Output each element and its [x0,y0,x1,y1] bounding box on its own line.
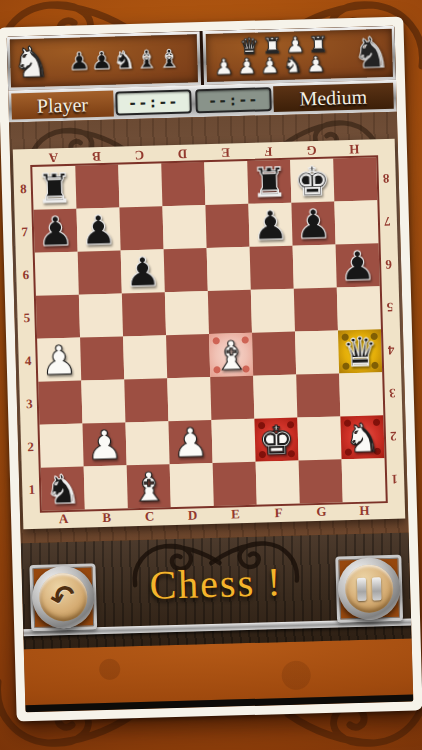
captured-white-stack: ♟ [214,57,235,58]
square-h2[interactable]: ♞ [340,415,384,459]
coordinate-label: G [300,502,343,521]
captured-white-stack: ♟♜ [306,55,327,56]
captured-black-pawn: ♟ [68,49,90,74]
square-h8[interactable] [333,157,377,201]
coordinate-label: 2 [20,425,40,469]
square-g8[interactable]: ♚ [290,158,334,202]
coordinate-label: 7 [14,210,34,254]
coordinate-label: 8 [376,157,396,201]
captured-black-bishop: ♝ [136,47,158,72]
captured-white-stack: ♟♜ [260,56,281,57]
undo-arrow-icon: ↶ [47,579,79,615]
white-king: ♚ [258,419,295,460]
captured-black-knight: ♞ [113,48,135,73]
square-a3[interactable] [38,381,82,425]
square-h1[interactable] [342,458,386,502]
square-g5[interactable] [294,287,338,331]
white-player-tray: ♞ ♟♟♞♝♝ [7,31,201,90]
square-c3[interactable] [124,378,168,422]
square-d2[interactable]: ♟ [168,420,212,464]
coordinate-label: E [214,505,257,524]
square-h4[interactable]: ♛ [338,329,382,373]
black-pawn: ♟ [295,203,332,244]
black-pawn: ♟ [124,251,161,292]
square-e4[interactable]: ♝ [209,333,253,377]
coordinate-label: B [85,508,128,527]
black-player-tray: ♟♟♛♟♜♞♟♟♜ ♞ [202,26,396,85]
square-e8[interactable] [204,161,248,205]
square-f7[interactable]: ♟ [248,203,292,247]
coordinate-label: 3 [19,382,39,426]
square-b6[interactable] [78,250,122,294]
coordinate-label: 5 [17,296,37,340]
square-e2[interactable] [211,419,255,463]
coordinate-label: E [204,143,247,162]
coordinate-label: A [42,510,85,529]
chess-board: ABCDEFGH 87654321 ♜♜♚♟♟♟♟♟♟♟♝♛♟♟♚♞♞♝ 876… [13,139,405,530]
coordinate-label: 2 [383,415,403,459]
coordinate-label: H [343,501,386,520]
black-pawn: ♟ [252,204,289,245]
square-c6[interactable]: ♟ [121,249,165,293]
coordinate-label: F [257,504,300,523]
square-f2[interactable]: ♚ [254,418,298,462]
pause-icon [357,577,382,601]
square-f3[interactable] [253,375,297,419]
white-knight-icon: ♞ [10,41,53,84]
square-a7[interactable]: ♟ [33,209,77,253]
square-b7[interactable]: ♟ [76,207,120,251]
square-b2[interactable]: ♟ [82,422,126,466]
coordinate-label: D [161,144,204,163]
coordinate-label: 4 [18,339,38,383]
captured-white-queen: ♛ [239,36,259,59]
coordinate-label: 6 [379,243,399,287]
coordinate-label: C [128,507,171,526]
square-c1[interactable]: ♝ [127,464,171,508]
square-d5[interactable] [165,291,209,335]
coordinate-label: 4 [381,329,401,373]
coordinate-label: 8 [13,167,33,211]
black-pawn: ♟ [80,209,117,250]
opponent-name-label: Medium [273,83,394,112]
captured-white-stack: ♞♟ [283,55,304,56]
square-c5[interactable] [122,292,166,336]
square-e3[interactable] [210,376,254,420]
square-d8[interactable] [161,162,205,206]
captured-white-rook: ♜ [308,34,328,57]
coordinate-label: D [171,506,214,525]
square-f4[interactable] [252,332,296,376]
captured-white-stack: ♟♛ [237,57,258,58]
coordinate-label: 3 [382,372,402,416]
white-pawn: ♟ [172,422,209,463]
square-c2[interactable] [125,421,169,465]
coordinate-label: 1 [22,468,42,512]
square-a2[interactable] [39,424,83,468]
square-b4[interactable] [80,336,124,380]
square-d3[interactable] [167,377,211,421]
black-rook: ♜ [251,161,288,202]
square-b3[interactable] [81,379,125,423]
captured-black-pawn: ♟ [91,49,113,74]
square-a6[interactable] [35,252,79,296]
white-knight: ♞ [344,417,381,458]
square-a5[interactable] [36,295,80,339]
black-king: ♚ [294,160,331,201]
captured-white-rook: ♜ [262,35,282,58]
square-h3[interactable] [339,372,383,416]
captured-white-pawn: ♟ [214,56,234,79]
black-pawn: ♟ [37,210,74,251]
square-h7[interactable] [334,200,378,244]
coordinate-label: 1 [385,458,405,502]
black-pawn: ♟ [339,245,376,286]
square-e7[interactable] [205,204,249,248]
coordinate-label: 5 [380,286,400,330]
white-pawn: ♟ [41,339,78,380]
square-a4[interactable]: ♟ [37,338,81,382]
coordinate-label: 6 [16,253,36,297]
square-b8[interactable] [75,164,119,208]
square-b1[interactable] [84,465,128,509]
game-card: ♞ ♟♟♞♝♝ ♟♟♛♟♜♞♟♟♜ ♞ Player --:-- --:-- M… [0,16,422,721]
black-knight-icon: ♞ [350,32,393,75]
control-panel: Chess ! ↶ [21,533,412,650]
captured-black-bishop: ♝ [158,47,180,72]
player-clock: --:-- [115,89,192,115]
square-e5[interactable] [208,290,252,334]
captured-black-pieces: ♟♟♞♝♝ [52,46,197,74]
square-e1[interactable] [213,462,257,506]
square-d6[interactable] [164,248,208,292]
square-d7[interactable] [162,205,206,249]
square-e6[interactable] [207,247,251,291]
black-rook: ♜ [36,167,73,208]
square-f1[interactable] [256,461,300,505]
square-f8[interactable]: ♜ [247,160,291,204]
white-bishop: ♝ [213,334,250,375]
square-g3[interactable] [296,373,340,417]
board-grid: ♜♜♚♟♟♟♟♟♟♟♝♛♟♟♚♞♞♝ [32,157,385,510]
black-knight: ♞ [44,468,81,509]
coordinate-label: C [118,145,161,164]
coordinate-label: H [333,139,376,158]
square-h5[interactable] [337,286,381,330]
square-g6[interactable] [293,244,337,288]
square-c4[interactable] [123,335,167,379]
player-name-label: Player [11,91,113,120]
square-g4[interactable] [295,330,339,374]
square-a8[interactable]: ♜ [32,166,76,210]
captured-white-pawn: ♟ [285,34,305,57]
square-f6[interactable] [250,246,294,290]
white-bishop: ♝ [130,466,167,507]
square-c7[interactable] [119,206,163,250]
captured-white-pieces: ♟♟♛♟♜♞♟♟♜ [206,54,351,58]
square-g7[interactable]: ♟ [291,201,335,245]
board-section: ABCDEFGH 87654321 ♜♜♚♟♟♟♟♟♟♟♝♛♟♟♚♞♞♝ 876… [9,112,409,544]
square-f5[interactable] [251,289,295,333]
black-queen: ♛ [342,331,379,372]
square-g2[interactable] [297,416,341,460]
square-h6[interactable]: ♟ [336,243,380,287]
white-pawn: ♟ [86,424,123,465]
square-d1[interactable] [170,463,214,507]
opponent-clock: --:-- [195,87,272,113]
coordinate-label: B [75,146,118,165]
square-g1[interactable] [299,459,343,503]
square-d4[interactable] [166,334,210,378]
square-a1[interactable]: ♞ [41,467,85,511]
coordinate-label: 7 [377,200,397,244]
square-c8[interactable] [118,163,162,207]
square-b5[interactable] [79,293,123,337]
